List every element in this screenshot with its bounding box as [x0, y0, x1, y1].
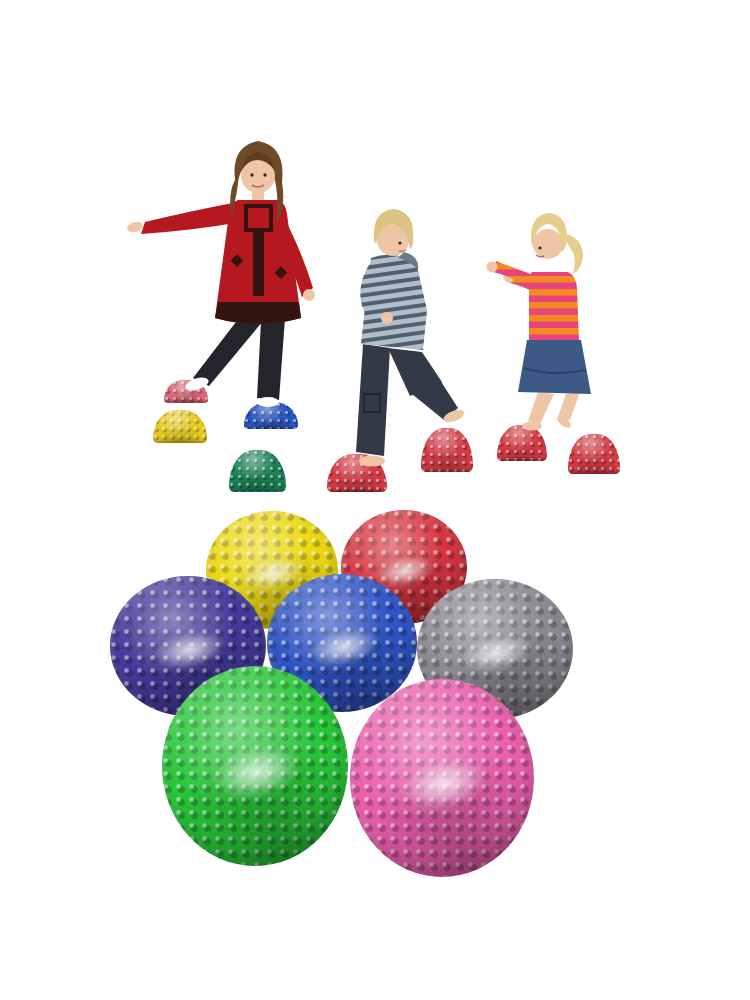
massage-pods-cluster	[0, 0, 750, 1000]
specular-highlight	[149, 625, 230, 676]
massage-pod-green	[162, 666, 348, 866]
specular-highlight	[456, 628, 537, 679]
specular-highlight	[305, 622, 383, 672]
specular-highlight	[395, 750, 492, 819]
specular-highlight	[208, 737, 306, 806]
product-photo-canvas	[0, 0, 750, 1000]
massage-pod-pink	[350, 679, 534, 877]
